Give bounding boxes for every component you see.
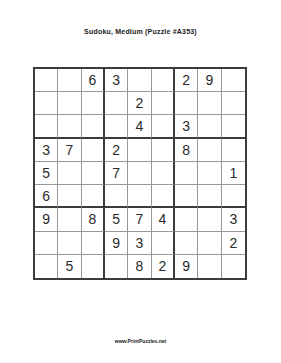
- puzzle-page: Sudoku, Medium (Puzzle #A353) 6329243372…: [0, 0, 281, 363]
- cell-r9c1: [35, 255, 58, 278]
- cell-r8c8: [198, 232, 221, 255]
- cell-r9c6: 2: [152, 255, 175, 278]
- cell-r5c5: [128, 162, 151, 185]
- cell-r4c6: [152, 139, 175, 162]
- cell-r6c5: [128, 185, 151, 208]
- cell-r1c6: [152, 69, 175, 92]
- cell-r9c8: [198, 255, 221, 278]
- cell-r3c3: [82, 115, 105, 138]
- cell-r4c1: 3: [35, 139, 58, 162]
- cell-r4c2: 7: [58, 139, 81, 162]
- cell-r5c6: [152, 162, 175, 185]
- cell-r2c8: [198, 92, 221, 115]
- cell-r8c3: [82, 232, 105, 255]
- cell-r5c9: 1: [222, 162, 245, 185]
- cell-r7c8: [198, 208, 221, 231]
- cell-r7c7: [175, 208, 198, 231]
- cell-r8c5: 3: [128, 232, 151, 255]
- cell-r6c4: [105, 185, 128, 208]
- cell-r1c9: [222, 69, 245, 92]
- cell-r9c5: 8: [128, 255, 151, 278]
- cell-r7c3: 8: [82, 208, 105, 231]
- cell-r4c3: [82, 139, 105, 162]
- cell-r7c4: 5: [105, 208, 128, 231]
- cell-r2c4: [105, 92, 128, 115]
- cell-r5c7: [175, 162, 198, 185]
- cell-r3c8: [198, 115, 221, 138]
- cell-r2c5: 2: [128, 92, 151, 115]
- cell-r6c7: [175, 185, 198, 208]
- cell-r1c2: [58, 69, 81, 92]
- cell-r2c1: [35, 92, 58, 115]
- cell-r6c2: [58, 185, 81, 208]
- cell-r7c9: 3: [222, 208, 245, 231]
- cell-r4c9: [222, 139, 245, 162]
- cell-r8c6: [152, 232, 175, 255]
- cell-r8c4: 9: [105, 232, 128, 255]
- cell-r1c7: 2: [175, 69, 198, 92]
- cell-r5c2: [58, 162, 81, 185]
- cell-r6c1: 6: [35, 185, 58, 208]
- cell-r1c5: [128, 69, 151, 92]
- cell-r6c6: [152, 185, 175, 208]
- site-credit: www.PrintPuzzles.net: [0, 338, 281, 344]
- cell-r1c8: 9: [198, 69, 221, 92]
- cell-r3c2: [58, 115, 81, 138]
- cell-r7c6: 4: [152, 208, 175, 231]
- cell-r7c2: [58, 208, 81, 231]
- cell-r2c6: [152, 92, 175, 115]
- cell-r3c1: [35, 115, 58, 138]
- cell-r4c8: [198, 139, 221, 162]
- puzzle-title: Sudoku, Medium (Puzzle #A353): [0, 28, 281, 35]
- cell-r9c2: 5: [58, 255, 81, 278]
- cell-r3c9: [222, 115, 245, 138]
- cell-r5c4: 7: [105, 162, 128, 185]
- cell-r9c4: [105, 255, 128, 278]
- cell-r5c1: 5: [35, 162, 58, 185]
- cell-r9c7: 9: [175, 255, 198, 278]
- cell-r6c3: [82, 185, 105, 208]
- cell-r2c2: [58, 92, 81, 115]
- cell-r3c7: 3: [175, 115, 198, 138]
- cell-r6c9: [222, 185, 245, 208]
- cell-r8c2: [58, 232, 81, 255]
- cell-r3c5: 4: [128, 115, 151, 138]
- cell-r4c5: [128, 139, 151, 162]
- cell-r8c7: [175, 232, 198, 255]
- cell-r4c7: 8: [175, 139, 198, 162]
- cell-r1c3: 6: [82, 69, 105, 92]
- cell-r1c4: 3: [105, 69, 128, 92]
- cell-r2c9: [222, 92, 245, 115]
- cell-r7c5: 7: [128, 208, 151, 231]
- cell-r9c3: [82, 255, 105, 278]
- cell-r2c3: [82, 92, 105, 115]
- cell-r7c1: 9: [35, 208, 58, 231]
- cell-r4c4: 2: [105, 139, 128, 162]
- cell-r8c1: [35, 232, 58, 255]
- cell-r3c6: [152, 115, 175, 138]
- cell-r5c3: [82, 162, 105, 185]
- cell-r9c9: [222, 255, 245, 278]
- cell-r5c8: [198, 162, 221, 185]
- cell-r8c9: 2: [222, 232, 245, 255]
- sudoku-board: 6329243372857169857439325829: [33, 67, 247, 280]
- cell-r3c4: [105, 115, 128, 138]
- cell-r2c7: [175, 92, 198, 115]
- cell-r6c8: [198, 185, 221, 208]
- cell-r1c1: [35, 69, 58, 92]
